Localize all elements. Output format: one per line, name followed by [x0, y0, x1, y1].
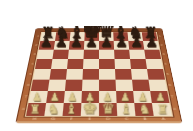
square-d7 — [99, 41, 114, 50]
square-h8 — [40, 32, 56, 40]
square-h2 — [29, 91, 48, 103]
square-e2 — [81, 91, 99, 103]
square-g1 — [44, 103, 63, 116]
square-e5 — [83, 59, 99, 69]
square-f1 — [63, 103, 82, 116]
square-f5 — [67, 59, 83, 69]
square-a5 — [146, 59, 163, 69]
square-h4 — [33, 69, 51, 80]
square-g7 — [54, 41, 70, 50]
square-c1 — [117, 103, 136, 116]
square-c3 — [116, 80, 134, 91]
square-a3 — [149, 80, 168, 91]
rank-label-3: 3 — [159, 50, 168, 59]
square-g5 — [51, 59, 68, 69]
square-b4 — [131, 69, 149, 80]
square-b6 — [129, 50, 145, 59]
board-edge-bevel — [16, 121, 181, 124]
square-c6 — [114, 50, 130, 59]
board-squares — [26, 32, 172, 116]
square-c2 — [116, 91, 134, 103]
rank-label-6: 6 — [23, 80, 33, 91]
square-g3 — [48, 80, 66, 91]
square-d6 — [99, 50, 115, 59]
square-e4 — [82, 69, 99, 80]
square-d4 — [99, 69, 116, 80]
square-b3 — [132, 80, 150, 91]
square-d3 — [99, 80, 116, 91]
square-d2 — [99, 91, 117, 103]
square-h6 — [37, 50, 54, 59]
square-a4 — [147, 69, 165, 80]
square-g8 — [55, 32, 70, 40]
square-f8 — [70, 32, 85, 40]
square-e7 — [84, 41, 99, 50]
file-label-c: C — [117, 116, 136, 122]
square-b5 — [130, 59, 147, 69]
file-label-a: A — [154, 116, 173, 122]
square-e8 — [84, 32, 99, 40]
square-c8 — [113, 32, 128, 40]
square-g4 — [49, 69, 67, 80]
rank-labels-right: 12345678 — [156, 32, 180, 116]
board-frame: HGFEDCBA 12345678 12345678 — [17, 29, 181, 122]
square-g6 — [52, 50, 68, 59]
square-a2 — [150, 91, 169, 103]
square-a7 — [143, 41, 159, 50]
square-e6 — [83, 50, 99, 59]
square-e1 — [81, 103, 99, 116]
rank-labels-left: 12345678 — [18, 32, 42, 116]
square-h1 — [26, 103, 46, 116]
file-label-g: G — [43, 116, 62, 122]
file-label-e: E — [80, 116, 99, 122]
square-e3 — [82, 80, 99, 91]
rank-label-8: 8 — [169, 103, 179, 116]
square-h5 — [35, 59, 52, 69]
square-c4 — [115, 69, 132, 80]
square-f4 — [66, 69, 83, 80]
square-b1 — [134, 103, 153, 116]
square-g2 — [46, 91, 65, 103]
square-d8 — [99, 32, 114, 40]
rank-label-7: 7 — [21, 91, 31, 103]
rank-label-4: 4 — [161, 59, 170, 69]
square-c7 — [114, 41, 129, 50]
chess-board: HGFEDCBA 12345678 12345678 ♜♞♝♚♛♝♞♜♟♟♟♟♟… — [17, 29, 181, 122]
square-f2 — [64, 91, 82, 103]
rank-label-5: 5 — [163, 69, 172, 80]
square-d5 — [99, 59, 115, 69]
square-c5 — [115, 59, 131, 69]
square-a1 — [152, 103, 172, 116]
photo-background: HGFEDCBA 12345678 12345678 ♜♞♝♚♛♝♞♜♟♟♟♟♟… — [0, 0, 193, 131]
rank-label-8: 8 — [18, 103, 28, 116]
file-labels: HGFEDCBA — [25, 116, 173, 122]
rank-label-2: 2 — [158, 41, 166, 50]
square-a6 — [144, 50, 161, 59]
square-b8 — [128, 32, 143, 40]
file-label-h: H — [25, 116, 44, 122]
square-b2 — [133, 91, 152, 103]
rank-label-7: 7 — [167, 91, 177, 103]
square-f3 — [65, 80, 83, 91]
square-f6 — [68, 50, 84, 59]
file-label-f: F — [62, 116, 81, 122]
square-a8 — [142, 32, 158, 40]
rank-label-1: 1 — [156, 32, 164, 40]
square-f7 — [69, 41, 84, 50]
square-h3 — [31, 80, 50, 91]
file-label-b: B — [135, 116, 154, 122]
square-h7 — [39, 41, 55, 50]
rank-label-5: 5 — [26, 69, 35, 80]
rank-label-6: 6 — [165, 80, 175, 91]
square-d1 — [99, 103, 117, 116]
square-b7 — [128, 41, 144, 50]
file-label-d: D — [99, 116, 118, 122]
